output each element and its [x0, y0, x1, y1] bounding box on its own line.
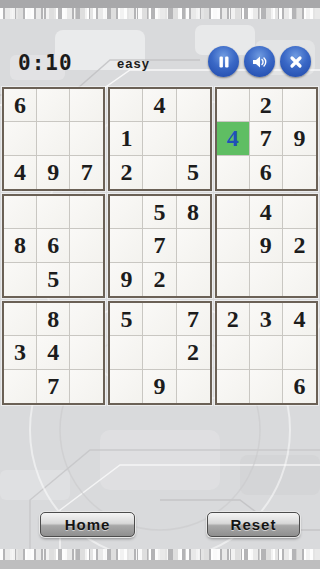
cell-r7c8[interactable]: 3: [250, 303, 283, 336]
cell-r2c4[interactable]: 1: [110, 122, 143, 155]
cell-r8c4[interactable]: [110, 336, 143, 369]
cell-r6c9[interactable]: [283, 263, 316, 296]
cell-r3c9[interactable]: [283, 156, 316, 189]
cell-r5c2[interactable]: 6: [37, 229, 70, 262]
cell-r5c9[interactable]: 2: [283, 229, 316, 262]
cell-r4c4[interactable]: [110, 196, 143, 229]
cell-r9c6[interactable]: [177, 370, 210, 403]
cell-r6c2[interactable]: 5: [37, 263, 70, 296]
block-2: 4125: [108, 87, 211, 191]
cell-r4c2[interactable]: [37, 196, 70, 229]
top-band: [0, 0, 320, 8]
cell-r2c9[interactable]: 9: [283, 122, 316, 155]
cell-r9c5[interactable]: 9: [143, 370, 176, 403]
cell-r1c9[interactable]: [283, 89, 316, 122]
cell-r2c7[interactable]: 4: [217, 122, 250, 155]
cell-r3c4[interactable]: 2: [110, 156, 143, 189]
cell-r5c7[interactable]: [217, 229, 250, 262]
block-9: 2346: [215, 301, 318, 405]
block-6: 492: [215, 194, 318, 298]
cell-r7c5[interactable]: [143, 303, 176, 336]
cell-r1c2[interactable]: [37, 89, 70, 122]
cell-r1c6[interactable]: [177, 89, 210, 122]
cell-r7c7[interactable]: 2: [217, 303, 250, 336]
cell-r2c6[interactable]: [177, 122, 210, 155]
cell-r6c7[interactable]: [217, 263, 250, 296]
close-button[interactable]: [280, 46, 311, 77]
sudoku-app-screen: 0:10 easy 649741252479686558792492834757…: [0, 0, 320, 569]
cell-r6c4[interactable]: 9: [110, 263, 143, 296]
cell-r3c5[interactable]: [143, 156, 176, 189]
sound-button[interactable]: [244, 46, 275, 77]
cell-r8c2[interactable]: 4: [37, 336, 70, 369]
cell-r3c2[interactable]: 9: [37, 156, 70, 189]
cell-r1c4[interactable]: [110, 89, 143, 122]
timer: 0:10: [18, 51, 73, 75]
pause-button[interactable]: [208, 46, 239, 77]
cell-r7c6[interactable]: 7: [177, 303, 210, 336]
cell-r4c9[interactable]: [283, 196, 316, 229]
speaker-icon: [252, 55, 268, 69]
cell-r4c6[interactable]: 8: [177, 196, 210, 229]
bottom-band: [0, 560, 320, 569]
close-icon: [289, 55, 303, 69]
cell-r8c3[interactable]: [70, 336, 103, 369]
cell-r8c5[interactable]: [143, 336, 176, 369]
block-4: 865: [2, 194, 105, 298]
cell-r3c1[interactable]: 4: [4, 156, 37, 189]
cell-r1c1[interactable]: 6: [4, 89, 37, 122]
cell-r6c3[interactable]: [70, 263, 103, 296]
cell-r6c8[interactable]: [250, 263, 283, 296]
cell-r9c8[interactable]: [250, 370, 283, 403]
cell-r3c8[interactable]: 6: [250, 156, 283, 189]
block-3: 24796: [215, 87, 318, 191]
cell-r4c1[interactable]: [4, 196, 37, 229]
cell-r7c4[interactable]: 5: [110, 303, 143, 336]
cell-r4c8[interactable]: 4: [250, 196, 283, 229]
reset-button[interactable]: Reset: [207, 512, 300, 537]
cell-r1c7[interactable]: [217, 89, 250, 122]
cell-r5c5[interactable]: 7: [143, 229, 176, 262]
cell-r6c6[interactable]: [177, 263, 210, 296]
cell-r9c4[interactable]: [110, 370, 143, 403]
bottom-barcode-strip: [0, 549, 320, 560]
cell-r8c6[interactable]: 2: [177, 336, 210, 369]
home-button[interactable]: Home: [40, 512, 135, 537]
cell-r4c3[interactable]: [70, 196, 103, 229]
block-7: 8347: [2, 301, 105, 405]
cell-r8c9[interactable]: [283, 336, 316, 369]
cell-r8c8[interactable]: [250, 336, 283, 369]
cell-r8c7[interactable]: [217, 336, 250, 369]
cell-r9c3[interactable]: [70, 370, 103, 403]
difficulty-label: easy: [117, 56, 150, 71]
cell-r7c3[interactable]: [70, 303, 103, 336]
cell-r5c8[interactable]: 9: [250, 229, 283, 262]
sudoku-board: 649741252479686558792492834757292346: [2, 87, 318, 405]
cell-r9c7[interactable]: [217, 370, 250, 403]
block-1: 6497: [2, 87, 105, 191]
cell-r9c2[interactable]: 7: [37, 370, 70, 403]
cell-r4c7[interactable]: [217, 196, 250, 229]
cell-r5c4[interactable]: [110, 229, 143, 262]
cell-r3c7[interactable]: [217, 156, 250, 189]
cell-r5c6[interactable]: [177, 229, 210, 262]
cell-r1c8[interactable]: 2: [250, 89, 283, 122]
cell-r4c5[interactable]: 5: [143, 196, 176, 229]
cell-r1c3[interactable]: [70, 89, 103, 122]
cell-r3c6[interactable]: 5: [177, 156, 210, 189]
cell-r5c3[interactable]: [70, 229, 103, 262]
cell-r6c5[interactable]: 2: [143, 263, 176, 296]
pause-icon: [217, 55, 231, 69]
header-buttons: [208, 46, 311, 77]
cell-r6c1[interactable]: [4, 263, 37, 296]
top-barcode-strip: [0, 8, 320, 19]
cell-r7c9[interactable]: 4: [283, 303, 316, 336]
cell-r3c3[interactable]: 7: [70, 156, 103, 189]
cell-r1c5[interactable]: 4: [143, 89, 176, 122]
cell-r9c9[interactable]: 6: [283, 370, 316, 403]
cell-r8c1[interactable]: 3: [4, 336, 37, 369]
cell-r7c2[interactable]: 8: [37, 303, 70, 336]
cell-r9c1[interactable]: [4, 370, 37, 403]
block-8: 5729: [108, 301, 211, 405]
block-5: 58792: [108, 194, 211, 298]
cell-r7c1[interactable]: [4, 303, 37, 336]
cell-r2c5[interactable]: [143, 122, 176, 155]
cell-r2c3[interactable]: [70, 122, 103, 155]
cell-r2c8[interactable]: 7: [250, 122, 283, 155]
cell-r2c2[interactable]: [37, 122, 70, 155]
cell-r5c1[interactable]: 8: [4, 229, 37, 262]
cell-r2c1[interactable]: [4, 122, 37, 155]
